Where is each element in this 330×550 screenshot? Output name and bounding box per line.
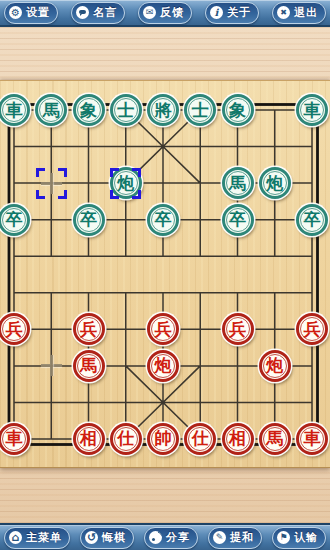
black-soldier[interactable]: 卒 [0, 204, 30, 236]
last-move-bracket [110, 168, 141, 199]
red-soldier[interactable]: 兵 [296, 313, 328, 345]
black-horse[interactable]: 馬 [222, 167, 254, 199]
red-soldier[interactable]: 兵 [147, 313, 179, 345]
black-soldier[interactable]: 卒 [222, 204, 254, 236]
red-advisor[interactable]: 仕 [110, 423, 142, 455]
black-elephant[interactable]: 象 [222, 94, 254, 126]
undo-move-button[interactable]: ↺ 悔棋 [80, 527, 134, 549]
black-elephant[interactable]: 象 [73, 94, 105, 126]
main-menu-label: 主菜单 [26, 530, 62, 545]
offer-draw-label: 提和 [230, 530, 254, 545]
share-button[interactable]: 分享 [144, 527, 198, 549]
black-horse[interactable]: 馬 [35, 94, 67, 126]
resign-label: 认输 [294, 530, 318, 545]
black-chariot[interactable]: 車 [0, 94, 30, 126]
share-icon [149, 531, 162, 544]
undo-move-label: 悔棋 [102, 530, 126, 545]
bottom-toolbar: ⌂ 主菜单 ↺ 悔棋 分享 ✎ 提和 ⚑ 认输 [0, 523, 330, 550]
red-cannon[interactable]: 炮 [259, 350, 291, 382]
red-chariot[interactable]: 車 [296, 423, 328, 455]
red-horse[interactable]: 馬 [259, 423, 291, 455]
red-cannon[interactable]: 炮 [147, 350, 179, 382]
pencil-icon: ✎ [213, 531, 226, 544]
red-advisor[interactable]: 仕 [184, 423, 216, 455]
last-move-bracket [36, 168, 67, 199]
red-soldier[interactable]: 兵 [0, 313, 30, 345]
black-soldier[interactable]: 卒 [73, 204, 105, 236]
black-soldier[interactable]: 卒 [296, 204, 328, 236]
black-chariot[interactable]: 車 [296, 94, 328, 126]
black-advisor[interactable]: 士 [110, 94, 142, 126]
red-elephant[interactable]: 相 [73, 423, 105, 455]
resign-button[interactable]: ⚑ 认输 [272, 527, 326, 549]
share-label: 分享 [166, 530, 190, 545]
flag-icon: ⚑ [277, 531, 290, 544]
board-pieces-layer: 車馬象士將士象車炮馬炮卒卒卒卒卒兵兵兵兵兵馬炮炮車相仕帥仕相馬車 [0, 0, 330, 550]
black-soldier[interactable]: 卒 [147, 204, 179, 236]
red-soldier[interactable]: 兵 [222, 313, 254, 345]
black-general[interactable]: 將 [147, 94, 179, 126]
xiangqi-app-screen: ⚙ 设置 名言 ✉ 反馈 i 关于 ✖ 退出 車馬象士將士象車炮馬炮卒卒卒卒卒兵… [0, 0, 330, 550]
red-general[interactable]: 帥 [147, 423, 179, 455]
red-chariot[interactable]: 車 [0, 423, 30, 455]
red-horse[interactable]: 馬 [73, 350, 105, 382]
undo-icon: ↺ [85, 531, 98, 544]
red-soldier[interactable]: 兵 [73, 313, 105, 345]
black-cannon[interactable]: 炮 [259, 167, 291, 199]
red-elephant[interactable]: 相 [222, 423, 254, 455]
main-menu-button[interactable]: ⌂ 主菜单 [4, 527, 70, 549]
home-icon: ⌂ [9, 531, 22, 544]
offer-draw-button[interactable]: ✎ 提和 [208, 527, 262, 549]
cross-marker [41, 355, 62, 376]
black-advisor[interactable]: 士 [184, 94, 216, 126]
